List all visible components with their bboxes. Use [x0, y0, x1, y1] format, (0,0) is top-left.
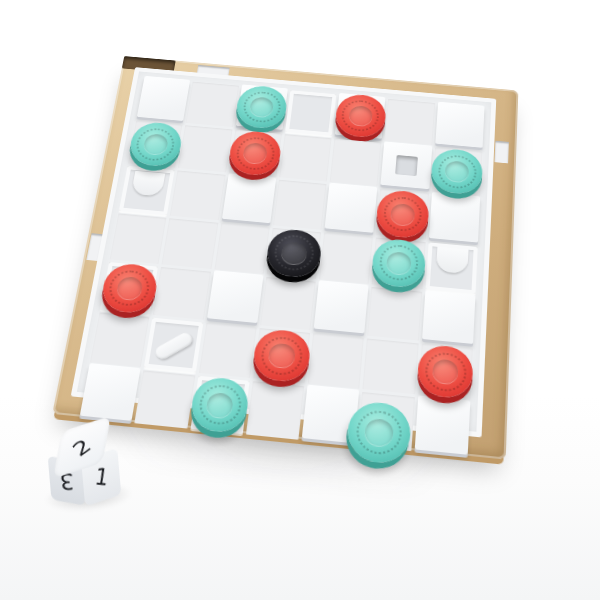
- cell-g4: [425, 242, 478, 294]
- dome-shape: [435, 247, 468, 274]
- cell-c5: [207, 270, 264, 323]
- cell-d7: [246, 382, 305, 440]
- cell-g3: [429, 192, 480, 242]
- die-number-right: 1: [93, 464, 110, 491]
- cell-c2: [228, 130, 281, 177]
- cell-b2: [178, 125, 232, 172]
- cell-b4: [162, 218, 218, 269]
- cell-a4: [110, 213, 167, 264]
- red-piece: [99, 262, 160, 315]
- teal-piece: [127, 121, 184, 168]
- cell-b6: [144, 318, 203, 373]
- wooden-frame: [52, 56, 518, 460]
- dome-shape: [131, 171, 166, 197]
- cell-f5: [368, 287, 422, 341]
- die: 3 1 2: [38, 420, 132, 519]
- teal-piece: [371, 237, 427, 289]
- cell-c6: [198, 323, 256, 378]
- cell-c3: [222, 174, 276, 223]
- cell-b3: [170, 171, 225, 220]
- cell-e3: [325, 183, 378, 233]
- cell-e1: [335, 93, 386, 139]
- cell-d6: [253, 328, 310, 384]
- frame-notch-right: [494, 141, 508, 164]
- cell-a7: [80, 364, 141, 421]
- cell-g1: [435, 102, 484, 148]
- board-3d-wrap: [52, 56, 518, 460]
- cell-e4: [319, 232, 373, 284]
- product-photo-scene: 3 1 2: [0, 0, 600, 600]
- cell-g2: [432, 148, 482, 196]
- cell-f6: [363, 339, 419, 395]
- red-piece: [417, 344, 475, 400]
- red-piece: [334, 93, 388, 139]
- cell-e2: [330, 139, 382, 187]
- cell-c1: [236, 84, 288, 130]
- cell-g7: [414, 396, 470, 454]
- cell-d2: [279, 134, 332, 182]
- cell-d5: [260, 277, 316, 330]
- cell-d4: [267, 228, 322, 279]
- cell-b5: [153, 267, 211, 320]
- die-number-top: 2: [68, 434, 95, 460]
- cell-e6: [308, 333, 364, 389]
- board-grid: [86, 77, 485, 423]
- red-piece: [251, 328, 311, 384]
- square-hole-shape: [395, 155, 418, 176]
- cell-b7: [135, 371, 195, 428]
- game-board: [71, 67, 497, 437]
- teal-piece: [430, 148, 483, 196]
- cell-d1: [285, 90, 337, 136]
- cell-f4: [372, 237, 425, 289]
- cell-g6: [418, 344, 473, 400]
- cell-f1: [385, 99, 435, 145]
- cell-e5: [314, 280, 369, 333]
- cell-f2: [381, 142, 432, 190]
- red-piece: [227, 130, 283, 178]
- cell-a6: [90, 313, 150, 368]
- teal-piece: [234, 84, 289, 130]
- red-piece: [375, 189, 430, 239]
- cell-a3: [119, 166, 175, 215]
- teal-piece: [189, 376, 251, 434]
- cell-a1: [137, 76, 191, 121]
- black-piece: [265, 227, 323, 279]
- diagonal-pill-shape: [153, 330, 195, 361]
- cell-f3: [376, 189, 428, 239]
- cell-b1: [186, 82, 239, 128]
- cell-d3: [273, 180, 327, 229]
- cell-g5: [422, 290, 476, 344]
- cell-c4: [214, 223, 270, 274]
- cell-c7: [190, 376, 249, 434]
- cell-a2: [128, 121, 183, 168]
- cell-a5: [100, 262, 158, 315]
